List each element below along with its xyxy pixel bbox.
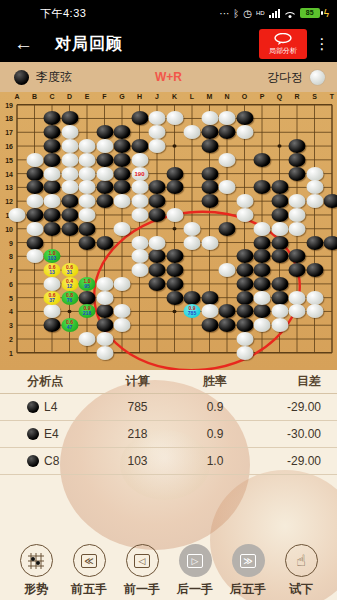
- control-前一手[interactable]: ◁前一手: [116, 542, 168, 600]
- white-stone-B15: [26, 153, 43, 167]
- black-stone-E9: [79, 236, 96, 250]
- white-stone-O12: [236, 194, 253, 208]
- black-stone-Q9: [271, 236, 288, 250]
- white-stone-B8: [26, 249, 43, 263]
- white-stone-C12: [44, 194, 61, 208]
- black-stone-R15: [289, 153, 306, 167]
- black-stone-F17: [96, 125, 113, 139]
- analysis-stone-D7: 0.631: [61, 263, 78, 277]
- column-label: N: [224, 93, 229, 100]
- black-stone-G16: [114, 139, 131, 153]
- white-stone-Q10: [271, 222, 288, 236]
- white-stone-M4: [201, 304, 218, 318]
- black-stone-K14: [166, 167, 183, 181]
- black-stone-O7: [236, 263, 253, 277]
- row-calc: 218: [100, 427, 175, 441]
- analysis-row-C8[interactable]: C81031.0-29.00: [0, 448, 337, 475]
- white-stone-H12: [131, 194, 148, 208]
- white-stone-K11: [166, 208, 183, 222]
- column-label: A: [14, 93, 19, 100]
- black-stone-E10: [79, 222, 96, 236]
- black-stone-O6: [236, 277, 253, 291]
- control-后一手: ▷后一手: [169, 542, 221, 600]
- white-stone-C4: [44, 304, 61, 318]
- white-stone-O1: [236, 346, 253, 360]
- header-calc: 计算: [100, 373, 175, 390]
- row-label: 10: [1, 225, 13, 232]
- row-diff: -29.00: [255, 400, 333, 414]
- black-stone-F4: [96, 304, 113, 318]
- black-stone-K6: [166, 277, 183, 291]
- analysis-stone-C8: 1.0103: [44, 249, 61, 263]
- game-result: W+R: [0, 70, 337, 84]
- step-icon: ≪: [81, 554, 97, 568]
- analysis-row-E4[interactable]: E42180.9-30.00: [0, 421, 337, 448]
- analysis-stone-D5: 0.876: [61, 291, 78, 305]
- black-stone-C11: [44, 208, 61, 222]
- white-stone-R4: [289, 304, 306, 318]
- player-bar: 李度弦 W+R 강다정: [0, 62, 337, 92]
- black-stone-C10: [44, 222, 61, 236]
- control-label: 试下: [289, 581, 313, 598]
- white-stone-H11: [131, 208, 148, 222]
- control-label: 形势: [24, 581, 48, 598]
- white-stone-F14: [96, 167, 113, 181]
- black-stone-B14: [26, 167, 43, 181]
- black-stone-R16: [289, 139, 306, 153]
- white-stone-E13: [79, 180, 96, 194]
- column-label: D: [67, 93, 72, 100]
- nav-bar: ← 对局回顾 局部分析 ⋮: [0, 26, 337, 62]
- white-stone-R10: [289, 222, 306, 236]
- black-stone-M16: [201, 139, 218, 153]
- black-stone-J6: [149, 277, 166, 291]
- battery-icon: 85: [300, 8, 320, 18]
- black-stone-G14: [114, 167, 131, 181]
- page-title: 对局回顾: [55, 34, 123, 55]
- white-stone-C6: [44, 277, 61, 291]
- white-stone-M18: [201, 111, 218, 125]
- black-stone-M3: [201, 318, 218, 332]
- white-stone-P3: [254, 318, 271, 332]
- black-stone-J7: [149, 263, 166, 277]
- white-stone-D13: [61, 180, 78, 194]
- row-label: 12: [1, 198, 13, 205]
- white-stone-D16: [61, 139, 78, 153]
- column-label: G: [119, 93, 124, 100]
- black-stone-C17: [44, 125, 61, 139]
- white-stone-N13: [219, 180, 236, 194]
- analysis-stone-E6: 1.095: [79, 277, 96, 291]
- white-stone-R11: [289, 208, 306, 222]
- white-stone-E11: [79, 208, 96, 222]
- analysis-stone-C7: 0.613: [44, 263, 61, 277]
- row-point: L4: [44, 400, 57, 414]
- black-stone-K5: [166, 291, 183, 305]
- black-stone-F13: [96, 180, 113, 194]
- white-stone-B10: [26, 222, 43, 236]
- white-stone-J16: [149, 139, 166, 153]
- white-stone-S4: [306, 304, 323, 318]
- white-stone-S13: [306, 180, 323, 194]
- black-stone-Q12: [271, 194, 288, 208]
- white-stone-B12: [26, 194, 43, 208]
- analysis-table-header: 分析点 计算 胜率 目差: [0, 370, 337, 394]
- white-stone-H7: [131, 263, 148, 277]
- white-stone-R5: [289, 291, 306, 305]
- black-stone-M17: [201, 125, 218, 139]
- row-label: 4: [1, 308, 13, 315]
- playback-row: 棋谱导航 ▶ 播放 暂停: [0, 480, 337, 542]
- go-board[interactable]: ABCDEFGHJKLMNOPQRST191817161514131211109…: [0, 92, 337, 370]
- white-stone-E14: [79, 167, 96, 181]
- local-analysis-button[interactable]: 局部分析: [259, 29, 307, 59]
- black-stone-D10: [61, 222, 78, 236]
- white-stone-Q3: [271, 318, 288, 332]
- black-stone-P4: [254, 304, 271, 318]
- black-stone-C3: [44, 318, 61, 332]
- row-rate: 0.9: [175, 400, 255, 414]
- black-stone-R14: [289, 167, 306, 181]
- row-rate: 0.9: [175, 427, 255, 441]
- black-stone-M13: [201, 180, 218, 194]
- column-label: H: [137, 93, 142, 100]
- black-stone-F12: [96, 194, 113, 208]
- white-stone-P5: [254, 291, 271, 305]
- step-icon: ▷: [187, 554, 203, 568]
- app-root: { "game": "go", "status_bar": { "time": …: [0, 0, 337, 600]
- charging-icon: ϟ: [324, 8, 329, 19]
- black-stone-Q8: [271, 249, 288, 263]
- black-stone-H16: [131, 139, 148, 153]
- column-label: K: [172, 93, 177, 100]
- control-label: 后五手: [230, 581, 266, 598]
- black-stone-D12: [61, 194, 78, 208]
- analysis-stone-D6: 0.412: [61, 277, 78, 291]
- black-stone-P8: [254, 249, 271, 263]
- black-stone-P7: [254, 263, 271, 277]
- status-bar: 下午4:33 ··· ᛒ ◷ HD 85 ϟ: [0, 0, 337, 26]
- white-stone-F6: [96, 277, 113, 291]
- black-stone-C13: [44, 180, 61, 194]
- hd-label: HD: [256, 10, 265, 16]
- black-stone-N17: [219, 125, 236, 139]
- white-stone-Q4: [271, 304, 288, 318]
- black-stone-K13: [166, 180, 183, 194]
- white-stone-S12: [306, 194, 323, 208]
- local-analysis-label: 局部分析: [269, 46, 297, 56]
- black-stone-H18: [131, 111, 148, 125]
- control-label: 前五手: [71, 581, 107, 598]
- row-stone-icon: [27, 401, 39, 413]
- column-label: Q: [277, 93, 282, 100]
- column-label: S: [312, 93, 317, 100]
- speech-bubble-icon: [273, 33, 293, 45]
- column-label: O: [242, 93, 247, 100]
- white-stone-O2: [236, 332, 253, 346]
- header-analysis-point: 分析点: [0, 373, 100, 390]
- white-stone-H8: [131, 249, 148, 263]
- analysis-stone-L4: 0.9785: [184, 304, 201, 318]
- row-diff: -30.00: [255, 427, 333, 441]
- white-stone-F5: [96, 291, 113, 305]
- black-stone-B13: [26, 180, 43, 194]
- row-label: 16: [1, 143, 13, 150]
- row-label: 2: [1, 336, 13, 343]
- white-stone-N15: [219, 153, 236, 167]
- black-stone-R8: [289, 249, 306, 263]
- white-stone-L17: [184, 125, 201, 139]
- white-stone-R12: [289, 194, 306, 208]
- black-stone-L5: [184, 291, 201, 305]
- wifi-icon: [284, 9, 296, 18]
- analysis-stone-D3: 0.647: [61, 318, 78, 332]
- analysis-stone-C5: 0.637: [44, 291, 61, 305]
- white-stone-G3: [114, 318, 131, 332]
- analysis-stone-E4: 0.9218: [79, 304, 96, 318]
- white-stone-G6: [114, 277, 131, 291]
- white-stone-E2: [79, 332, 96, 346]
- black-stone-Q5: [271, 291, 288, 305]
- control-label: 前一手: [124, 581, 160, 598]
- white-stone-G4: [114, 304, 131, 318]
- black-stone-C16: [44, 139, 61, 153]
- black-stone-N4: [219, 304, 236, 318]
- control-前五手[interactable]: ≪前五手: [63, 542, 115, 600]
- black-stone-K8: [166, 249, 183, 263]
- white-stone-E16: [79, 139, 96, 153]
- black-stone-O5: [236, 291, 253, 305]
- black-stone-B9: [26, 236, 43, 250]
- black-stone-J8: [149, 249, 166, 263]
- white-stone-E12: [79, 194, 96, 208]
- white-stone-M9: [201, 236, 218, 250]
- black-stone-N3: [219, 318, 236, 332]
- white-stone-H9: [131, 236, 148, 250]
- black-stone-J13: [149, 180, 166, 194]
- black-stone-M14: [201, 167, 218, 181]
- white-stone-F1: [96, 346, 113, 360]
- white-stone-F2: [96, 332, 113, 346]
- column-label: M: [207, 93, 213, 100]
- position-board-icon: [26, 551, 46, 571]
- black-stone-T9: [324, 236, 337, 250]
- white-stone-O17: [236, 125, 253, 139]
- white-stone-S5: [306, 291, 323, 305]
- black-stone-J12: [149, 194, 166, 208]
- column-label: F: [102, 93, 106, 100]
- black-stone-D18: [61, 111, 78, 125]
- white-stone-L9: [184, 236, 201, 250]
- black-stone-O8: [236, 249, 253, 263]
- control-试下[interactable]: ☝试下: [275, 542, 327, 600]
- bluetooth-icon: ᛒ: [233, 8, 239, 19]
- header-diff: 目差: [255, 373, 333, 390]
- white-stone-D14: [61, 167, 78, 181]
- column-label: J: [155, 93, 159, 100]
- black-stone-F9: [96, 236, 113, 250]
- row-calc: 785: [100, 400, 175, 414]
- column-label: T: [330, 93, 334, 100]
- row-point: C8: [44, 454, 59, 468]
- white-stone-E15: [79, 153, 96, 167]
- white-stone-H15: [131, 153, 148, 167]
- black-stone-C15: [44, 153, 61, 167]
- black-stone-Q11: [271, 208, 288, 222]
- white-stone-N7: [219, 263, 236, 277]
- step-icon: ◁: [134, 554, 150, 568]
- black-stone-M12: [201, 194, 218, 208]
- alarm-icon: ◷: [243, 8, 252, 19]
- control-后五手: ≫后五手: [222, 542, 274, 600]
- row-stone-icon: [27, 428, 39, 440]
- black-stone-B11: [26, 208, 43, 222]
- row-label: 13: [1, 184, 13, 191]
- notification-dots-icon: ···: [219, 8, 229, 19]
- black-stone-S9: [306, 236, 323, 250]
- bottom-controls: 形势≪前五手◁前一手▷后一手≫后五手☝试下: [0, 542, 337, 600]
- black-stone-T12: [324, 194, 337, 208]
- white-stone-D17: [61, 125, 78, 139]
- white-stone-F16: [96, 139, 113, 153]
- white-stone-G12: [114, 194, 131, 208]
- white-stone-C14: [44, 167, 61, 181]
- row-label: 8: [1, 253, 13, 260]
- control-label: 后一手: [177, 581, 213, 598]
- black-stone-S7: [306, 263, 323, 277]
- black-stone-O4: [236, 304, 253, 318]
- black-stone-G15: [114, 153, 131, 167]
- row-rate: 1.0: [175, 454, 255, 468]
- black-stone-P9: [254, 236, 271, 250]
- white-stone-O11: [236, 208, 253, 222]
- row-label: 3: [1, 322, 13, 329]
- column-label: L: [190, 93, 194, 100]
- white-stone-H13: [131, 180, 148, 194]
- black-stone-O3: [236, 318, 253, 332]
- column-label: E: [85, 93, 90, 100]
- black-stone-J11: [149, 208, 166, 222]
- row-diff: -29.00: [255, 454, 333, 468]
- header-winrate: 胜率: [175, 373, 255, 390]
- white-stone-L10: [184, 222, 201, 236]
- row-stone-icon: [27, 455, 39, 467]
- black-stone-G17: [114, 125, 131, 139]
- row-label: 5: [1, 294, 13, 301]
- analysis-table: 分析点 计算 胜率 目差 L47850.9-29.00E42180.9-30.0…: [0, 370, 337, 475]
- white-stone-J17: [149, 125, 166, 139]
- overflow-menu-button[interactable]: ⋮: [307, 35, 337, 53]
- white-stone-S14: [306, 167, 323, 181]
- black-stone-P6: [254, 277, 271, 291]
- back-button[interactable]: ←: [14, 33, 33, 55]
- last-move-number: 190: [134, 171, 144, 177]
- black-stone-C18: [44, 111, 61, 125]
- step-icon: ≫: [240, 554, 256, 568]
- control-形势[interactable]: 形势: [10, 542, 62, 600]
- black-stone-F15: [96, 153, 113, 167]
- row-label: 19: [1, 101, 13, 108]
- black-stone-O18: [236, 111, 253, 125]
- column-label: R: [294, 93, 299, 100]
- row-point: E4: [44, 427, 59, 441]
- row-label: 7: [1, 267, 13, 274]
- white-stone-A11: [9, 208, 26, 222]
- white-stone-J18: [149, 111, 166, 125]
- black-stone-D11: [61, 208, 78, 222]
- black-stone-P13: [254, 180, 271, 194]
- black-stone-Q13: [271, 180, 288, 194]
- black-stone-K7: [166, 263, 183, 277]
- white-stone-G10: [114, 222, 131, 236]
- row-label: 1: [1, 349, 13, 356]
- row-calc: 103: [100, 454, 175, 468]
- row-label: 9: [1, 239, 13, 246]
- white-stone-P10: [254, 222, 271, 236]
- analysis-row-L4[interactable]: L47850.9-29.00: [0, 394, 337, 421]
- white-stone-D15: [61, 153, 78, 167]
- try-move-hand-icon: ☝: [296, 551, 306, 570]
- black-stone-R7: [289, 263, 306, 277]
- clock-time: 下午4:33: [40, 6, 86, 21]
- row-label: 18: [1, 115, 13, 122]
- black-stone-G13: [114, 180, 131, 194]
- row-label: 17: [1, 129, 13, 136]
- row-label: 14: [1, 170, 13, 177]
- column-label: P: [260, 93, 265, 100]
- black-stone-F3: [96, 318, 113, 332]
- signal-icon: [269, 9, 280, 18]
- black-stone-N10: [219, 222, 236, 236]
- row-label: 15: [1, 156, 13, 163]
- column-label: B: [32, 93, 37, 100]
- white-stone-J9: [149, 236, 166, 250]
- black-stone-P15: [254, 153, 271, 167]
- black-stone-E5: [79, 291, 96, 305]
- black-stone-Q6: [271, 277, 288, 291]
- white-stone-N18: [219, 111, 236, 125]
- column-label: C: [49, 93, 54, 100]
- black-stone-M5: [201, 291, 218, 305]
- white-stone-K18: [166, 111, 183, 125]
- row-label: 6: [1, 280, 13, 287]
